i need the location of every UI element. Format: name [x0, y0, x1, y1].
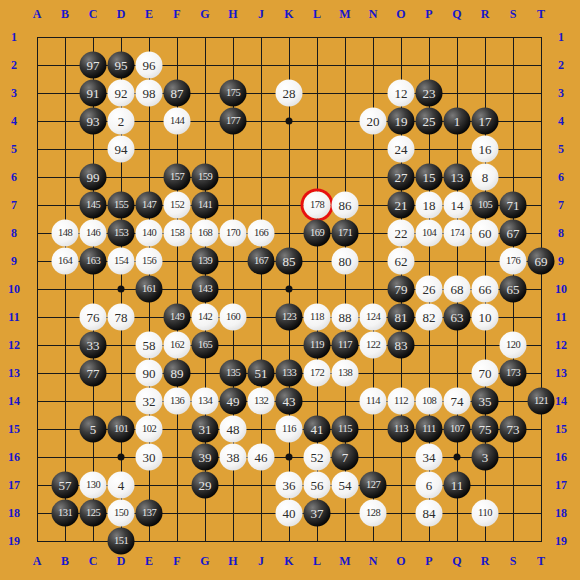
- stone-P15-black-111: 111: [416, 416, 443, 443]
- star-point-K16: [286, 454, 293, 461]
- stone-Q4-black-1: 1: [444, 108, 471, 135]
- coord-label-right-5: 5: [558, 142, 564, 157]
- stone-K17-white-36: 36: [276, 472, 303, 499]
- coord-label-left-13: 13: [8, 366, 20, 381]
- stone-R14-black-35: 35: [472, 388, 499, 415]
- stone-E7-black-147: 147: [136, 192, 163, 219]
- stone-P11-white-82: 82: [416, 304, 443, 331]
- coord-label-right-17: 17: [555, 478, 567, 493]
- stone-B8-white-148: 148: [52, 220, 79, 247]
- stone-M17-white-54: 54: [332, 472, 359, 499]
- coord-label-bottom-B: B: [61, 554, 69, 569]
- stone-P4-black-25: 25: [416, 108, 443, 135]
- coord-label-bottom-O: O: [396, 554, 405, 569]
- coord-label-top-B: B: [61, 7, 69, 22]
- coord-label-top-K: K: [284, 7, 293, 22]
- coord-label-right-19: 19: [555, 534, 567, 549]
- stone-C4-black-93: 93: [80, 108, 107, 135]
- stone-S15-black-73: 73: [500, 416, 527, 443]
- stone-B18-black-131: 131: [52, 500, 79, 527]
- coord-label-right-12: 12: [555, 338, 567, 353]
- coord-label-top-F: F: [173, 7, 180, 22]
- stone-K3-white-28: 28: [276, 80, 303, 107]
- stone-L18-black-37: 37: [304, 500, 331, 527]
- stone-C6-black-99: 99: [80, 164, 107, 191]
- coord-label-left-12: 12: [8, 338, 20, 353]
- coord-label-left-6: 6: [11, 170, 17, 185]
- stone-C13-black-77: 77: [80, 360, 107, 387]
- coord-label-right-13: 13: [555, 366, 567, 381]
- stone-S8-black-67: 67: [500, 220, 527, 247]
- coord-label-top-A: A: [33, 7, 42, 22]
- stone-N4-white-20: 20: [360, 108, 387, 135]
- stone-O7-black-21: 21: [388, 192, 415, 219]
- star-point-K4: [286, 118, 293, 125]
- coord-label-top-L: L: [313, 7, 321, 22]
- coord-label-bottom-N: N: [369, 554, 378, 569]
- stone-D5-white-94: 94: [108, 136, 135, 163]
- stone-D7-black-155: 155: [108, 192, 135, 219]
- stone-E9-white-156: 156: [136, 248, 163, 275]
- stone-H13-black-135: 135: [220, 360, 247, 387]
- stone-Q15-black-107: 107: [444, 416, 471, 443]
- stone-R18-white-110: 110: [472, 500, 499, 527]
- stone-M9-white-80: 80: [332, 248, 359, 275]
- stone-F11-black-149: 149: [164, 304, 191, 331]
- stone-D2-black-95: 95: [108, 52, 135, 79]
- stone-D19-black-151: 151: [108, 528, 135, 555]
- coord-label-right-7: 7: [558, 198, 564, 213]
- coord-label-left-16: 16: [8, 450, 20, 465]
- stone-R13-white-70: 70: [472, 360, 499, 387]
- stone-R10-white-66: 66: [472, 276, 499, 303]
- coord-label-bottom-A: A: [33, 554, 42, 569]
- stone-L15-black-41: 41: [304, 416, 331, 443]
- stone-M12-black-117: 117: [332, 332, 359, 359]
- stone-K9-black-85: 85: [276, 248, 303, 275]
- stone-H16-white-38: 38: [220, 444, 247, 471]
- stone-P10-white-26: 26: [416, 276, 443, 303]
- stone-D8-black-153: 153: [108, 220, 135, 247]
- coord-label-left-18: 18: [8, 506, 20, 521]
- coord-label-top-P: P: [425, 7, 432, 22]
- stone-R15-black-75: 75: [472, 416, 499, 443]
- coord-label-right-15: 15: [555, 422, 567, 437]
- stone-R16-black-3: 3: [472, 444, 499, 471]
- stone-C2-black-97: 97: [80, 52, 107, 79]
- coord-label-left-2: 2: [11, 58, 17, 73]
- coord-label-right-2: 2: [558, 58, 564, 73]
- stone-E15-white-102: 102: [136, 416, 163, 443]
- stone-T14-black-121: 121: [528, 388, 555, 415]
- stone-N18-white-128: 128: [360, 500, 387, 527]
- coord-label-top-Q: Q: [452, 7, 461, 22]
- coord-label-bottom-S: S: [510, 554, 517, 569]
- stone-J16-white-46: 46: [248, 444, 275, 471]
- coord-label-bottom-M: M: [339, 554, 350, 569]
- stone-P17-white-6: 6: [416, 472, 443, 499]
- coord-label-right-18: 18: [555, 506, 567, 521]
- stone-K13-black-133: 133: [276, 360, 303, 387]
- stone-F8-white-158: 158: [164, 220, 191, 247]
- coord-label-bottom-L: L: [313, 554, 321, 569]
- stone-H3-black-175: 175: [220, 80, 247, 107]
- coord-label-left-7: 7: [11, 198, 17, 213]
- coord-label-top-N: N: [369, 7, 378, 22]
- stone-O6-black-27: 27: [388, 164, 415, 191]
- stone-C12-black-33: 33: [80, 332, 107, 359]
- coord-label-right-8: 8: [558, 226, 564, 241]
- coord-label-right-11: 11: [555, 310, 566, 325]
- stone-D3-white-92: 92: [108, 80, 135, 107]
- stone-O3-white-12: 12: [388, 80, 415, 107]
- stone-F7-white-152: 152: [164, 192, 191, 219]
- coord-label-right-6: 6: [558, 170, 564, 185]
- stone-G17-black-29: 29: [192, 472, 219, 499]
- go-board[interactable]: AABBCCDDEEFFGGHHJJKKLLMMNNOOPPQQRRSSTT11…: [0, 0, 580, 580]
- coord-label-top-D: D: [117, 7, 126, 22]
- coord-label-left-9: 9: [11, 254, 17, 269]
- stone-J13-black-51: 51: [248, 360, 275, 387]
- stone-R11-white-10: 10: [472, 304, 499, 331]
- stone-E16-white-30: 30: [136, 444, 163, 471]
- stone-Q14-white-74: 74: [444, 388, 471, 415]
- coord-label-right-3: 3: [558, 86, 564, 101]
- stone-M8-black-171: 171: [332, 220, 359, 247]
- stone-L11-white-118: 118: [304, 304, 331, 331]
- stone-K11-black-123: 123: [276, 304, 303, 331]
- stone-J14-white-132: 132: [248, 388, 275, 415]
- coord-label-bottom-E: E: [145, 554, 153, 569]
- coord-label-bottom-C: C: [89, 554, 98, 569]
- stone-O12-black-83: 83: [388, 332, 415, 359]
- coord-label-bottom-G: G: [200, 554, 209, 569]
- stone-F6-black-157: 157: [164, 164, 191, 191]
- coord-label-left-11: 11: [8, 310, 19, 325]
- stone-E8-white-140: 140: [136, 220, 163, 247]
- stone-N14-white-114: 114: [360, 388, 387, 415]
- stone-M15-black-115: 115: [332, 416, 359, 443]
- stone-E14-white-32: 32: [136, 388, 163, 415]
- stone-Q10-white-68: 68: [444, 276, 471, 303]
- stone-Q17-black-11: 11: [444, 472, 471, 499]
- coord-label-bottom-R: R: [481, 554, 490, 569]
- stone-O5-white-24: 24: [388, 136, 415, 163]
- coord-label-top-O: O: [396, 7, 405, 22]
- stone-H8-white-170: 170: [220, 220, 247, 247]
- coord-label-left-4: 4: [11, 114, 17, 129]
- stone-M11-white-88: 88: [332, 304, 359, 331]
- stone-C17-white-130: 130: [80, 472, 107, 499]
- stone-C3-black-91: 91: [80, 80, 107, 107]
- stone-M13-white-138: 138: [332, 360, 359, 387]
- star-point-D16: [118, 454, 125, 461]
- stone-O4-black-19: 19: [388, 108, 415, 135]
- stone-G11-white-142: 142: [192, 304, 219, 331]
- coord-label-left-17: 17: [8, 478, 20, 493]
- coord-label-bottom-P: P: [425, 554, 432, 569]
- stone-S12-white-120: 120: [500, 332, 527, 359]
- coord-label-top-M: M: [339, 7, 350, 22]
- stone-G10-black-143: 143: [192, 276, 219, 303]
- stone-S7-black-71: 71: [500, 192, 527, 219]
- stone-B9-white-164: 164: [52, 248, 79, 275]
- stone-P7-white-18: 18: [416, 192, 443, 219]
- coord-label-left-5: 5: [11, 142, 17, 157]
- coord-label-top-C: C: [89, 7, 98, 22]
- stone-C9-black-163: 163: [80, 248, 107, 275]
- stone-M7-white-86: 86: [332, 192, 359, 219]
- stone-E18-black-137: 137: [136, 500, 163, 527]
- coord-label-right-16: 16: [555, 450, 567, 465]
- stone-C8-white-146: 146: [80, 220, 107, 247]
- stone-R4-black-17: 17: [472, 108, 499, 135]
- coord-label-top-S: S: [510, 7, 517, 22]
- stone-E13-white-90: 90: [136, 360, 163, 387]
- stone-F12-white-162: 162: [164, 332, 191, 359]
- coord-label-right-10: 10: [555, 282, 567, 297]
- stone-E12-white-58: 58: [136, 332, 163, 359]
- coord-label-left-3: 3: [11, 86, 17, 101]
- stone-G9-black-139: 139: [192, 248, 219, 275]
- stone-J9-black-167: 167: [248, 248, 275, 275]
- stone-N12-white-122: 122: [360, 332, 387, 359]
- stone-K14-black-43: 43: [276, 388, 303, 415]
- coord-label-left-19: 19: [8, 534, 20, 549]
- stone-G14-white-134: 134: [192, 388, 219, 415]
- stone-Q8-white-174: 174: [444, 220, 471, 247]
- coord-label-bottom-K: K: [284, 554, 293, 569]
- coord-label-top-H: H: [228, 7, 237, 22]
- stone-Q6-black-13: 13: [444, 164, 471, 191]
- stone-C11-white-76: 76: [80, 304, 107, 331]
- coord-label-bottom-D: D: [117, 554, 126, 569]
- coord-label-bottom-Q: Q: [452, 554, 461, 569]
- coord-label-bottom-T: T: [537, 554, 545, 569]
- stone-Q11-black-63: 63: [444, 304, 471, 331]
- stone-E3-white-98: 98: [136, 80, 163, 107]
- grid-line-h: [37, 345, 542, 346]
- stone-C18-black-125: 125: [80, 500, 107, 527]
- coord-label-bottom-J: J: [258, 554, 264, 569]
- stone-G12-black-165: 165: [192, 332, 219, 359]
- stone-F13-black-89: 89: [164, 360, 191, 387]
- stone-R5-white-16: 16: [472, 136, 499, 163]
- stone-L17-white-56: 56: [304, 472, 331, 499]
- coord-label-top-R: R: [481, 7, 490, 22]
- coord-label-top-E: E: [145, 7, 153, 22]
- stone-Q7-white-14: 14: [444, 192, 471, 219]
- stone-R7-black-105: 105: [472, 192, 499, 219]
- stone-J8-white-166: 166: [248, 220, 275, 247]
- stone-N11-white-124: 124: [360, 304, 387, 331]
- coord-label-right-14: 14: [555, 394, 567, 409]
- stone-D4-white-2: 2: [108, 108, 135, 135]
- stone-R8-white-60: 60: [472, 220, 499, 247]
- coord-label-top-G: G: [200, 7, 209, 22]
- stone-H4-black-177: 177: [220, 108, 247, 135]
- stone-P18-white-84: 84: [416, 500, 443, 527]
- stone-L16-white-52: 52: [304, 444, 331, 471]
- stone-P6-black-15: 15: [416, 164, 443, 191]
- stone-G8-white-168: 168: [192, 220, 219, 247]
- coord-label-left-14: 14: [8, 394, 20, 409]
- coord-label-left-10: 10: [8, 282, 20, 297]
- stone-S9-white-176: 176: [500, 248, 527, 275]
- stone-B17-black-57: 57: [52, 472, 79, 499]
- stone-O10-black-79: 79: [388, 276, 415, 303]
- stone-P8-white-104: 104: [416, 220, 443, 247]
- stone-N17-black-127: 127: [360, 472, 387, 499]
- stone-F4-white-144: 144: [164, 108, 191, 135]
- stone-G6-black-159: 159: [192, 164, 219, 191]
- stone-E2-white-96: 96: [136, 52, 163, 79]
- stone-P3-black-23: 23: [416, 80, 443, 107]
- stone-G15-black-31: 31: [192, 416, 219, 443]
- stone-H15-white-48: 48: [220, 416, 247, 443]
- coord-label-bottom-H: H: [228, 554, 237, 569]
- stone-O8-white-22: 22: [388, 220, 415, 247]
- stone-G7-black-141: 141: [192, 192, 219, 219]
- stone-D17-white-4: 4: [108, 472, 135, 499]
- coord-label-left-15: 15: [8, 422, 20, 437]
- stone-G16-black-39: 39: [192, 444, 219, 471]
- coord-label-right-9: 9: [558, 254, 564, 269]
- stone-E10-black-161: 161: [136, 276, 163, 303]
- stone-R6-white-8: 8: [472, 164, 499, 191]
- stone-K15-white-116: 116: [276, 416, 303, 443]
- stone-S13-black-173: 173: [500, 360, 527, 387]
- stone-T9-black-69: 69: [528, 248, 555, 275]
- stone-F3-black-87: 87: [164, 80, 191, 107]
- coord-label-top-T: T: [537, 7, 545, 22]
- stone-O15-black-113: 113: [388, 416, 415, 443]
- stone-K18-white-40: 40: [276, 500, 303, 527]
- stone-C7-black-145: 145: [80, 192, 107, 219]
- stone-H14-black-49: 49: [220, 388, 247, 415]
- coord-label-left-1: 1: [11, 30, 17, 45]
- coord-label-bottom-F: F: [173, 554, 180, 569]
- stone-L8-black-169: 169: [304, 220, 331, 247]
- stone-H11-white-160: 160: [220, 304, 247, 331]
- stone-O11-black-81: 81: [388, 304, 415, 331]
- star-point-Q16: [454, 454, 461, 461]
- star-point-D10: [118, 286, 125, 293]
- stone-S10-black-65: 65: [500, 276, 527, 303]
- stone-P16-white-34: 34: [416, 444, 443, 471]
- stone-M16-black-7: 7: [332, 444, 359, 471]
- stone-D9-white-154: 154: [108, 248, 135, 275]
- stone-D18-white-150: 150: [108, 500, 135, 527]
- grid-line-v: [541, 37, 542, 542]
- stone-D11-white-78: 78: [108, 304, 135, 331]
- stone-L13-white-172: 172: [304, 360, 331, 387]
- stone-P14-white-108: 108: [416, 388, 443, 415]
- coord-label-top-J: J: [258, 7, 264, 22]
- coord-label-left-8: 8: [11, 226, 17, 241]
- stone-O14-white-112: 112: [388, 388, 415, 415]
- coord-label-right-1: 1: [558, 30, 564, 45]
- stone-D15-black-101: 101: [108, 416, 135, 443]
- coord-label-right-4: 4: [558, 114, 564, 129]
- stone-C15-black-5: 5: [80, 416, 107, 443]
- stone-F14-white-136: 136: [164, 388, 191, 415]
- star-point-K10: [286, 286, 293, 293]
- stone-L12-black-119: 119: [304, 332, 331, 359]
- stone-O9-white-62: 62: [388, 248, 415, 275]
- stone-L7-white-178-last-move: 178: [304, 192, 331, 219]
